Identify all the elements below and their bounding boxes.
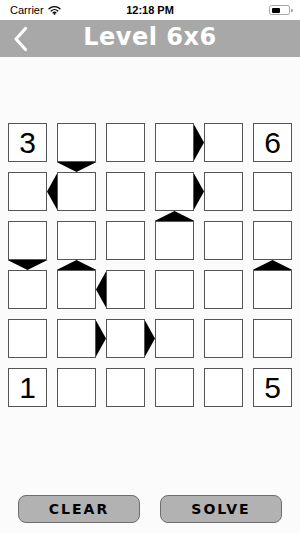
cell-r4c3[interactable] [106, 270, 145, 309]
puzzle-grid: 3615 [8, 123, 292, 407]
cell-r4c5[interactable] [204, 270, 243, 309]
cell-r3c2[interactable] [57, 221, 96, 260]
cell-r3c5[interactable] [204, 221, 243, 260]
cell-r1c1[interactable]: 3 [8, 123, 47, 162]
status-bar: Carrier 12:18 PM [0, 0, 300, 20]
cell-r3c3[interactable] [106, 221, 145, 260]
cell-r5c2[interactable] [57, 319, 96, 358]
cell-r2c6[interactable] [253, 172, 292, 211]
page-title: Level 6x6 [0, 23, 300, 51]
cell-r4c6[interactable] [253, 270, 292, 309]
cell-r1c3[interactable] [106, 123, 145, 162]
cell-r2c1[interactable] [8, 172, 47, 211]
board: 3615 [8, 123, 292, 407]
cell-r4c1[interactable] [8, 270, 47, 309]
cell-r1c2[interactable] [57, 123, 96, 162]
clear-button[interactable]: CLEAR [18, 495, 140, 523]
cell-r5c4[interactable] [155, 319, 194, 358]
battery-nub [291, 9, 293, 13]
cell-r1c5[interactable] [204, 123, 243, 162]
cell-r1c6[interactable]: 6 [253, 123, 292, 162]
cell-r3c4[interactable] [155, 221, 194, 260]
cell-r6c4[interactable] [155, 368, 194, 407]
cell-r5c3[interactable] [106, 319, 145, 358]
cell-r6c1[interactable]: 1 [8, 368, 47, 407]
battery-icon [269, 5, 290, 15]
cell-r5c5[interactable] [204, 319, 243, 358]
cell-r2c3[interactable] [106, 172, 145, 211]
cell-r6c5[interactable] [204, 368, 243, 407]
cell-r3c6[interactable] [253, 221, 292, 260]
cell-r6c2[interactable] [57, 368, 96, 407]
cell-r5c6[interactable] [253, 319, 292, 358]
cell-r4c4[interactable] [155, 270, 194, 309]
cell-r6c6[interactable]: 5 [253, 368, 292, 407]
screen: Carrier 12:18 PM Level 6x6 3615 CLEAR SO… [0, 0, 300, 533]
clock: 12:18 PM [0, 4, 300, 16]
cell-r2c4[interactable] [155, 172, 194, 211]
cell-r1c4[interactable] [155, 123, 194, 162]
cell-r4c2[interactable] [57, 270, 96, 309]
cell-r5c1[interactable] [8, 319, 47, 358]
cell-r2c2[interactable] [57, 172, 96, 211]
nav-bar: Level 6x6 [0, 20, 300, 57]
solve-button[interactable]: SOLVE [160, 495, 282, 523]
cell-r3c1[interactable] [8, 221, 47, 260]
cell-r2c5[interactable] [204, 172, 243, 211]
cell-r6c3[interactable] [106, 368, 145, 407]
battery-fill [272, 8, 280, 13]
